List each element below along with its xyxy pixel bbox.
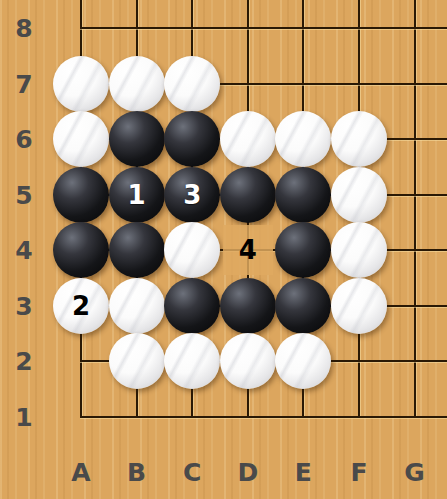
- stone-white-E6: [275, 111, 331, 167]
- row-label-4: 4: [15, 238, 32, 263]
- stone-black-A4: [53, 222, 109, 278]
- stone-white-C4: [164, 222, 220, 278]
- stone-white-F4: [331, 222, 387, 278]
- stone-black-E4: [275, 222, 331, 278]
- col-label-G: G: [404, 460, 425, 485]
- stone-white-F3: [331, 278, 387, 334]
- stone-white-B3: [109, 278, 165, 334]
- grid-line-row-8: [80, 27, 447, 29]
- col-label-E: E: [295, 460, 312, 485]
- stone-white-C7: [164, 56, 220, 112]
- stone-white-D6: [220, 111, 276, 167]
- row-label-6: 6: [15, 127, 32, 152]
- row-label-5: 5: [15, 182, 32, 207]
- col-label-D: D: [237, 460, 258, 485]
- stone-black-B4: [109, 222, 165, 278]
- stone-white-B7: [109, 56, 165, 112]
- stone-black-B5: 1: [109, 167, 165, 223]
- col-label-F: F: [350, 460, 367, 485]
- stone-black-E3: [275, 278, 331, 334]
- move-number-1: 1: [128, 182, 146, 208]
- row-label-7: 7: [15, 71, 32, 96]
- move-number-3: 3: [183, 182, 201, 208]
- col-label-B: B: [127, 460, 146, 485]
- row-label-1: 1: [15, 404, 32, 429]
- stone-white-E2: [275, 333, 331, 389]
- stone-white-A3: 2: [53, 278, 109, 334]
- col-label-A: A: [71, 460, 90, 485]
- stone-black-A5: [53, 167, 109, 223]
- stone-white-A7: [53, 56, 109, 112]
- stone-black-D3: [220, 278, 276, 334]
- stone-white-D2: [220, 333, 276, 389]
- move-4-empty-point-marker-D4: 4: [223, 225, 273, 275]
- col-label-C: C: [183, 460, 201, 485]
- stone-black-D5: [220, 167, 276, 223]
- move-number-4: 4: [239, 237, 257, 263]
- go-board-diagram: 87654321ABCDEFG1324: [0, 0, 447, 499]
- stone-white-F6: [331, 111, 387, 167]
- grid-line-col-G: [414, 0, 416, 418]
- grid-line-row-1: [80, 416, 447, 418]
- row-label-3: 3: [15, 293, 32, 318]
- move-number-2: 2: [72, 293, 90, 319]
- stone-black-C6: [164, 111, 220, 167]
- row-label-8: 8: [15, 16, 32, 41]
- stone-white-C2: [164, 333, 220, 389]
- stone-black-C3: [164, 278, 220, 334]
- stone-white-A6: [53, 111, 109, 167]
- row-label-2: 2: [15, 349, 32, 374]
- stone-white-B2: [109, 333, 165, 389]
- stone-black-E5: [275, 167, 331, 223]
- stone-black-B6: [109, 111, 165, 167]
- stone-white-F5: [331, 167, 387, 223]
- stone-black-C5: 3: [164, 167, 220, 223]
